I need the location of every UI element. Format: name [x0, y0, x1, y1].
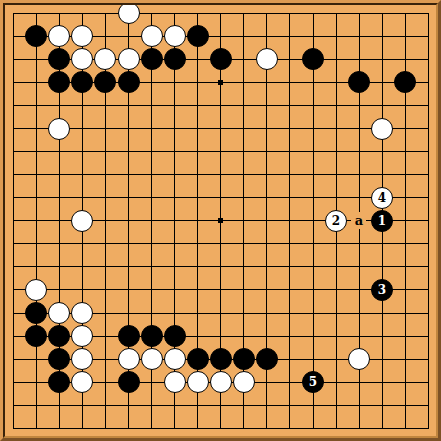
white-stone[interactable]: [187, 371, 209, 393]
white-stone[interactable]: [164, 371, 186, 393]
go-board[interactable]: 42135a: [0, 0, 441, 441]
white-stone[interactable]: [371, 118, 393, 140]
white-stone[interactable]: [118, 348, 140, 370]
black-stone[interactable]: [233, 348, 255, 370]
black-stone[interactable]: [118, 325, 140, 347]
black-stone[interactable]: [25, 325, 47, 347]
white-stone[interactable]: [71, 210, 93, 232]
white-stone[interactable]: [210, 371, 232, 393]
white-stone[interactable]: [118, 48, 140, 70]
black-stone[interactable]: [164, 325, 186, 347]
black-stone[interactable]: [25, 25, 47, 47]
white-stone[interactable]: [48, 302, 70, 324]
black-stone[interactable]: [48, 371, 70, 393]
black-stone[interactable]: [48, 48, 70, 70]
white-stone[interactable]: [71, 371, 93, 393]
black-stone[interactable]: [118, 71, 140, 93]
black-stone[interactable]: [187, 25, 209, 47]
black-stone[interactable]: [302, 48, 324, 70]
black-stone[interactable]: [256, 348, 278, 370]
black-stone[interactable]: [48, 325, 70, 347]
black-stone-move-3[interactable]: 3: [371, 279, 393, 301]
white-stone[interactable]: [141, 348, 163, 370]
board-grid[interactable]: 42135a: [2, 2, 440, 440]
white-stone[interactable]: [48, 118, 70, 140]
black-stone-move-5[interactable]: 5: [302, 371, 324, 393]
black-stone[interactable]: [141, 48, 163, 70]
white-stone[interactable]: [25, 279, 47, 301]
white-stone[interactable]: [164, 348, 186, 370]
black-stone[interactable]: [164, 48, 186, 70]
white-stone[interactable]: [164, 25, 186, 47]
black-stone[interactable]: [71, 71, 93, 93]
white-stone[interactable]: [48, 25, 70, 47]
white-stone[interactable]: [348, 348, 370, 370]
point-label-a: a: [351, 212, 366, 229]
white-stone[interactable]: [71, 25, 93, 47]
white-stone[interactable]: [71, 348, 93, 370]
white-stone[interactable]: [141, 25, 163, 47]
white-stone[interactable]: [94, 48, 116, 70]
white-stone[interactable]: [71, 48, 93, 70]
white-stone[interactable]: [71, 325, 93, 347]
black-stone[interactable]: [94, 71, 116, 93]
black-stone[interactable]: [141, 325, 163, 347]
white-stone-move-2[interactable]: 2: [325, 210, 347, 232]
white-stone-move-4[interactable]: 4: [371, 187, 393, 209]
white-stone[interactable]: [233, 371, 255, 393]
black-stone[interactable]: [394, 71, 416, 93]
black-stone[interactable]: [48, 71, 70, 93]
black-stone-move-1[interactable]: 1: [371, 210, 393, 232]
black-stone[interactable]: [187, 348, 209, 370]
white-stone[interactable]: [256, 48, 278, 70]
black-stone[interactable]: [48, 348, 70, 370]
white-stone[interactable]: [71, 302, 93, 324]
black-stone[interactable]: [25, 302, 47, 324]
white-stone[interactable]: [118, 2, 140, 24]
black-stone[interactable]: [210, 48, 232, 70]
black-stone[interactable]: [348, 71, 370, 93]
black-stone[interactable]: [210, 348, 232, 370]
black-stone[interactable]: [118, 371, 140, 393]
